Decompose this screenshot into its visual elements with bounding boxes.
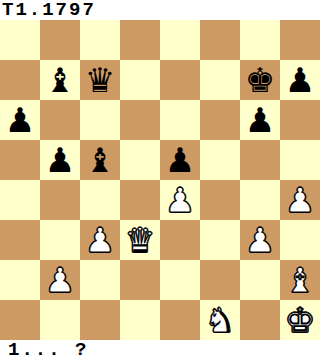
square-a6[interactable]: ♟ [0, 100, 40, 140]
square-f8[interactable] [200, 20, 240, 60]
square-d1[interactable] [120, 300, 160, 340]
square-c2[interactable] [80, 260, 120, 300]
square-e4[interactable]: ♟ [160, 180, 200, 220]
white-queen-icon: ♛ [125, 223, 155, 257]
square-d5[interactable] [120, 140, 160, 180]
black-pawn-icon: ♟ [5, 103, 35, 137]
square-g3[interactable]: ♟ [240, 220, 280, 260]
square-a2[interactable] [0, 260, 40, 300]
black-queen-icon: ♛ [85, 63, 115, 97]
square-c4[interactable] [80, 180, 120, 220]
white-pawn-icon: ♟ [45, 263, 75, 297]
square-e1[interactable] [160, 300, 200, 340]
square-b1[interactable] [40, 300, 80, 340]
square-h6[interactable] [280, 100, 320, 140]
square-e5[interactable]: ♟ [160, 140, 200, 180]
white-pawn-icon: ♟ [165, 183, 195, 217]
square-b6[interactable] [40, 100, 80, 140]
square-h3[interactable] [280, 220, 320, 260]
black-pawn-icon: ♟ [285, 63, 315, 97]
square-d2[interactable] [120, 260, 160, 300]
square-f2[interactable] [200, 260, 240, 300]
square-a3[interactable] [0, 220, 40, 260]
square-b3[interactable] [40, 220, 80, 260]
square-f5[interactable] [200, 140, 240, 180]
square-g7[interactable]: ♚ [240, 60, 280, 100]
square-g5[interactable] [240, 140, 280, 180]
black-pawn-icon: ♟ [45, 143, 75, 177]
square-h2[interactable]: ♝ [280, 260, 320, 300]
square-a4[interactable] [0, 180, 40, 220]
square-h8[interactable] [280, 20, 320, 60]
square-c6[interactable] [80, 100, 120, 140]
white-pawn-icon: ♟ [245, 223, 275, 257]
square-a5[interactable] [0, 140, 40, 180]
square-h4[interactable]: ♟ [280, 180, 320, 220]
square-f4[interactable] [200, 180, 240, 220]
white-pawn-icon: ♟ [285, 183, 315, 217]
white-king-icon: ♚ [285, 303, 315, 337]
square-g1[interactable] [240, 300, 280, 340]
black-king-icon: ♚ [245, 63, 275, 97]
square-b8[interactable] [40, 20, 80, 60]
square-b7[interactable]: ♝ [40, 60, 80, 100]
square-c3[interactable]: ♟ [80, 220, 120, 260]
square-d3[interactable]: ♛ [120, 220, 160, 260]
square-h1[interactable]: ♚ [280, 300, 320, 340]
square-c7[interactable]: ♛ [80, 60, 120, 100]
white-bishop-icon: ♝ [285, 263, 315, 297]
black-pawn-icon: ♟ [165, 143, 195, 177]
square-a8[interactable] [0, 20, 40, 60]
black-bishop-icon: ♝ [85, 143, 115, 177]
chess-board: ♝♛♚♟♟♟♟♝♟♟♟♟♛♟♟♝♞♚ [0, 20, 320, 340]
square-g8[interactable] [240, 20, 280, 60]
puzzle-title: T1.1797 [0, 0, 320, 20]
square-h7[interactable]: ♟ [280, 60, 320, 100]
square-d4[interactable] [120, 180, 160, 220]
square-a1[interactable] [0, 300, 40, 340]
square-e3[interactable] [160, 220, 200, 260]
square-e6[interactable] [160, 100, 200, 140]
square-c5[interactable]: ♝ [80, 140, 120, 180]
square-d8[interactable] [120, 20, 160, 60]
square-b4[interactable] [40, 180, 80, 220]
square-h5[interactable] [280, 140, 320, 180]
square-f3[interactable] [200, 220, 240, 260]
square-a7[interactable] [0, 60, 40, 100]
white-pawn-icon: ♟ [85, 223, 115, 257]
square-c8[interactable] [80, 20, 120, 60]
black-bishop-icon: ♝ [45, 63, 75, 97]
square-b5[interactable]: ♟ [40, 140, 80, 180]
square-b2[interactable]: ♟ [40, 260, 80, 300]
square-g4[interactable] [240, 180, 280, 220]
square-d6[interactable] [120, 100, 160, 140]
move-prompt: 1... ? [0, 340, 320, 360]
square-f7[interactable] [200, 60, 240, 100]
square-e8[interactable] [160, 20, 200, 60]
square-c1[interactable] [80, 300, 120, 340]
square-d7[interactable] [120, 60, 160, 100]
square-f1[interactable]: ♞ [200, 300, 240, 340]
square-e7[interactable] [160, 60, 200, 100]
square-g6[interactable]: ♟ [240, 100, 280, 140]
square-e2[interactable] [160, 260, 200, 300]
square-g2[interactable] [240, 260, 280, 300]
black-pawn-icon: ♟ [245, 103, 275, 137]
square-f6[interactable] [200, 100, 240, 140]
white-knight-icon: ♞ [205, 303, 235, 337]
